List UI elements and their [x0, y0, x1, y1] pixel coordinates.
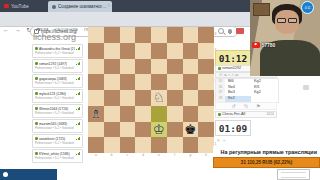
screen: YouTube Создание шахматного пор... + ← →…	[0, 0, 320, 180]
move-list[interactable]: 35Bf4Kg236Ne4Kf137Ba3Kg238Ke2	[215, 78, 279, 103]
square-h3[interactable]	[198, 106, 214, 122]
donation-text: 31 110,25 RUB (62,22%)	[241, 160, 292, 165]
bell-icon[interactable]	[228, 29, 232, 33]
file-label: d	[135, 153, 151, 157]
stream-logo-icon	[3, 172, 8, 177]
square-d4[interactable]	[135, 90, 151, 106]
square-d5[interactable]	[135, 74, 151, 90]
playback-icons[interactable]: ↺ ≪ < > ≫	[219, 72, 239, 77]
square-f3[interactable]	[167, 106, 183, 122]
player-rating-bottom: 2424	[266, 112, 274, 116]
webcam-overlay: ▶ 57780 4:11	[250, 0, 320, 76]
search-icon[interactable]	[218, 28, 224, 34]
piece-e2[interactable]: ♔	[151, 122, 167, 138]
file-label: a	[88, 153, 104, 157]
square-f6[interactable]	[167, 59, 183, 75]
seek-card[interactable]: mylock123 (1280)Рейтинговая • 3+2 • Stan…	[32, 89, 83, 103]
donation-progress-bar: 31 110,25 RUB (62,22%)	[213, 157, 320, 168]
square-b5[interactable]	[104, 74, 120, 90]
resign-icon[interactable]: ⚑	[256, 103, 260, 109]
seek-detail: Рейтинговая • 3+2 • Standard	[35, 81, 80, 85]
bottom-left-stream-bar	[0, 169, 57, 180]
seek-player-name: Alexandru-the-Great (1724)	[39, 47, 75, 51]
square-c7[interactable]	[120, 43, 136, 59]
seek-card[interactable]: maxsim545 (1683)Рейтинговая • 3+2 • Stan…	[32, 119, 83, 133]
signal-icon	[76, 122, 80, 126]
square-d1[interactable]	[135, 137, 151, 153]
rank-label: 8	[215, 27, 217, 43]
signal-icon	[76, 152, 80, 156]
seek-player-name: mylock123 (1280)	[39, 92, 75, 96]
seek-detail: Рейтинговая • 3+2 • Standard	[35, 66, 80, 70]
square-e3[interactable]	[151, 106, 167, 122]
square-d7[interactable]	[135, 43, 151, 59]
square-e8[interactable]	[151, 27, 167, 43]
chess-board[interactable]: ♘♗♔♚	[88, 27, 214, 153]
tab-active-lichess[interactable]: Создание шахматного пор...	[48, 1, 112, 12]
square-h2[interactable]	[198, 122, 214, 138]
square-f2[interactable]	[167, 122, 183, 138]
stream-banner: На регулярные прямые трансляции	[213, 146, 320, 157]
seek-card[interactable]: anatolevst (1725)Рейтинговая • 3+2 • Sta…	[32, 134, 83, 148]
square-h6[interactable]	[198, 59, 214, 75]
square-f4[interactable]	[167, 90, 183, 106]
stream-corner-badge: 4:11	[301, 1, 314, 14]
seek-card[interactable]: Alexandru-the-Great (1724)Рейтинговая • …	[32, 44, 83, 58]
picture-frame	[253, 3, 270, 16]
square-g1[interactable]	[183, 137, 199, 153]
online-dot	[35, 137, 38, 140]
square-e4[interactable]: ♘	[151, 90, 167, 106]
seek-player-name: roman1292 (1497)	[39, 62, 75, 66]
square-a5[interactable]	[88, 74, 104, 90]
seek-detail: Рейтинговая • 3+2 • Standard	[35, 111, 80, 115]
glasses	[277, 18, 297, 23]
file-label: f	[167, 153, 183, 157]
square-c3[interactable]	[120, 106, 136, 122]
square-d2[interactable]	[135, 122, 151, 138]
online-dot	[35, 122, 38, 125]
piece-g2[interactable]: ♚	[183, 122, 199, 138]
tab-youtube[interactable]: YouTube	[0, 0, 54, 12]
square-f7[interactable]	[167, 43, 183, 59]
square-d3[interactable]	[135, 106, 151, 122]
square-b1[interactable]	[104, 137, 120, 153]
seek-player-name: maxsim545 (1683)	[39, 122, 75, 126]
online-dot	[35, 152, 38, 155]
game-action-buttons[interactable]: ↺½⚑	[215, 102, 277, 110]
seek-detail: Рейтинговая • 3+2 • Standard	[35, 96, 80, 100]
square-c4[interactable]	[120, 90, 136, 106]
notification-badge[interactable]	[236, 28, 244, 34]
seek-player-name: anatolevst (1725)	[39, 137, 75, 141]
signal-icon	[76, 137, 80, 141]
online-dot	[218, 67, 221, 70]
square-f1[interactable]	[167, 137, 183, 153]
move-number: 38	[216, 96, 225, 102]
move[interactable]: Ke2	[225, 96, 251, 102]
square-a2[interactable]	[88, 122, 104, 138]
piece-e4[interactable]: ♘	[151, 90, 167, 106]
square-a7[interactable]	[88, 43, 104, 59]
square-a3[interactable]: ♗	[88, 106, 104, 122]
online-dot	[35, 77, 38, 80]
square-g6[interactable]	[183, 59, 199, 75]
square-h7[interactable]	[198, 43, 214, 59]
square-e2[interactable]: ♔	[151, 122, 167, 138]
square-g3[interactable]	[183, 106, 199, 122]
square-a8[interactable]	[88, 27, 104, 43]
square-c6[interactable]	[120, 59, 136, 75]
square-h1[interactable]	[198, 137, 214, 153]
lichess-wordmark: lichess.org	[33, 32, 76, 42]
square-e5[interactable]	[151, 74, 167, 90]
square-h4[interactable]	[198, 90, 214, 106]
square-g8[interactable]	[183, 27, 199, 43]
seek-player-name: Winner2044 (1724)	[39, 107, 75, 111]
seek-player-name: KVmst_white (1586)	[39, 152, 75, 156]
signal-icon	[76, 92, 80, 96]
seek-card[interactable]: KVmst_white (1586)Рейтинговая • 3+2 • St…	[32, 149, 83, 163]
takeback-icon[interactable]: ↺	[232, 103, 236, 109]
square-f8[interactable]	[167, 27, 183, 43]
donation-fineprint-box	[277, 169, 310, 180]
square-e1[interactable]	[151, 137, 167, 153]
stream-overlay-icon	[303, 85, 309, 90]
signal-icon	[76, 62, 80, 66]
tab-label: YouTube	[11, 4, 29, 9]
tab-label: Создание шахматного пор...	[58, 4, 108, 9]
square-b8[interactable]	[104, 27, 120, 43]
square-b2[interactable]	[104, 122, 120, 138]
seek-detail: Рейтинговая • 3+2 • Standard	[35, 126, 80, 130]
file-coordinates: abcdefgh	[88, 153, 214, 157]
signal-icon	[76, 107, 80, 111]
misc-icons[interactable]: ≡+	[217, 138, 225, 143]
viewer-counter: ▶ 57780	[252, 42, 275, 48]
piece-a3[interactable]: ♗	[88, 106, 104, 122]
square-a1[interactable]	[88, 137, 104, 153]
seek-card[interactable]: roman1292 (1497)Рейтинговая • 3+2 • Stan…	[32, 59, 83, 73]
online-dot	[35, 107, 38, 110]
clock-bottom: 01:09	[215, 120, 251, 136]
header-icons	[218, 28, 244, 34]
seek-card[interactable]: Winner2044 (1724)Рейтинговая • 3+2 • Sta…	[32, 104, 83, 118]
signal-icon	[76, 47, 80, 51]
square-d8[interactable]	[135, 27, 151, 43]
viewer-count: 57780	[262, 42, 276, 48]
youtube-play-icon: ▶	[252, 42, 260, 48]
file-label: g	[183, 153, 199, 157]
online-dot	[35, 62, 38, 65]
square-c8[interactable]	[120, 27, 136, 43]
lobby-seek-list: Alexandru-the-Great (1724)Рейтинговая • …	[32, 44, 83, 163]
square-e6[interactable]	[151, 59, 167, 75]
lichess-favicon	[52, 5, 56, 9]
online-dot	[218, 113, 221, 116]
new-tab-button[interactable]: +	[107, 2, 111, 10]
square-c2[interactable]	[120, 122, 136, 138]
seek-card[interactable]: gagarianpa (1683)Рейтинговая • 3+2 • Sta…	[32, 74, 83, 88]
square-c5[interactable]	[120, 74, 136, 90]
square-g7[interactable]	[183, 43, 199, 59]
seek-detail: Рейтинговая • 3+2 • Standard	[35, 156, 80, 160]
file-label: c	[120, 153, 136, 157]
square-f5[interactable]	[167, 74, 183, 90]
square-a4[interactable]	[88, 90, 104, 106]
square-g5[interactable]	[183, 74, 199, 90]
square-a6[interactable]	[88, 59, 104, 75]
file-label: e	[151, 153, 167, 157]
draw-icon[interactable]: ½	[244, 103, 248, 109]
square-g4[interactable]	[183, 90, 199, 106]
seek-player-name: gagarianpa (1683)	[39, 77, 75, 81]
player-bar-bottom: Chess-For-All 2424	[215, 111, 277, 118]
file-label: h	[198, 153, 214, 157]
player-name-bottom[interactable]: Chess-For-All	[222, 112, 265, 116]
banner-text: На регулярные прямые трансляции	[221, 149, 317, 155]
square-g2[interactable]: ♚	[183, 122, 199, 138]
seek-detail: Рейтинговая • 3+2 • Standard	[35, 51, 80, 55]
square-d6[interactable]	[135, 59, 151, 75]
seek-detail: Рейтинговая • 3+2 • Standard	[35, 141, 80, 145]
move-row: 38Ke2	[216, 96, 278, 102]
move[interactable]	[251, 96, 277, 102]
online-dot	[35, 92, 38, 95]
clock-top: 01:12	[215, 50, 251, 66]
square-e7[interactable]	[151, 43, 167, 59]
square-b3[interactable]	[104, 106, 120, 122]
square-c1[interactable]	[120, 137, 136, 153]
square-b6[interactable]	[104, 59, 120, 75]
signal-icon	[76, 77, 80, 81]
square-b4[interactable]	[104, 90, 120, 106]
square-h8[interactable]	[198, 27, 214, 43]
browser-nav-buttons[interactable]: ← → ↻	[3, 26, 33, 33]
file-label: b	[104, 153, 120, 157]
youtube-favicon	[4, 4, 9, 8]
online-dot	[35, 47, 38, 50]
square-h5[interactable]	[198, 74, 214, 90]
square-b7[interactable]	[104, 43, 120, 59]
